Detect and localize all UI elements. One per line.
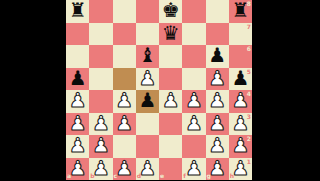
- piece-white-pawn-d5[interactable]: ♟: [138, 68, 156, 88]
- square-e4[interactable]: ♟: [159, 90, 182, 113]
- piece-white-pawn-c4[interactable]: ♟: [115, 90, 133, 110]
- piece-black-rook-h8[interactable]: ♜: [231, 0, 249, 20]
- square-a1[interactable]: ♟a: [66, 158, 89, 181]
- square-b2[interactable]: ♟: [89, 135, 112, 158]
- square-f2[interactable]: [182, 135, 205, 158]
- square-c2[interactable]: [113, 135, 136, 158]
- piece-black-queen-e7[interactable]: ♛: [162, 23, 180, 43]
- square-d4[interactable]: ♟: [136, 90, 159, 113]
- piece-white-pawn-b3[interactable]: ♟: [92, 113, 110, 133]
- piece-white-pawn-e4[interactable]: ♟: [162, 90, 180, 110]
- square-h7[interactable]: 7: [229, 23, 252, 46]
- square-g5[interactable]: ♟: [206, 68, 229, 91]
- square-a8[interactable]: ♜: [66, 0, 89, 23]
- piece-white-pawn-a1[interactable]: ♟: [69, 158, 87, 178]
- coordinate-file-e: e: [160, 173, 164, 179]
- square-c1[interactable]: ♟c: [113, 158, 136, 181]
- piece-black-king-e8[interactable]: ♚: [162, 0, 180, 20]
- square-a4[interactable]: ♟: [66, 90, 89, 113]
- square-g3[interactable]: ♟: [206, 113, 229, 136]
- square-a3[interactable]: ♟: [66, 113, 89, 136]
- square-d1[interactable]: ♟d: [136, 158, 159, 181]
- square-f4[interactable]: ♟: [182, 90, 205, 113]
- square-h3[interactable]: ♟3: [229, 113, 252, 136]
- square-c7[interactable]: [113, 23, 136, 46]
- piece-black-bishop-d6[interactable]: ♝: [138, 45, 156, 65]
- square-e2[interactable]: [159, 135, 182, 158]
- square-b7[interactable]: [89, 23, 112, 46]
- piece-white-pawn-g5[interactable]: ♟: [208, 68, 226, 88]
- square-d2[interactable]: [136, 135, 159, 158]
- square-a5[interactable]: ♟: [66, 68, 89, 91]
- piece-white-pawn-g2[interactable]: ♟: [208, 135, 226, 155]
- square-e1[interactable]: e: [159, 158, 182, 181]
- square-a2[interactable]: ♟: [66, 135, 89, 158]
- piece-white-pawn-c1[interactable]: ♟: [115, 158, 133, 178]
- square-g4[interactable]: ♟: [206, 90, 229, 113]
- coordinate-rank-6: 6: [247, 46, 251, 52]
- square-f6[interactable]: [182, 45, 205, 68]
- square-c8[interactable]: [113, 0, 136, 23]
- square-a7[interactable]: [66, 23, 89, 46]
- piece-black-pawn-g6[interactable]: ♟: [208, 45, 226, 65]
- square-g7[interactable]: [206, 23, 229, 46]
- piece-white-pawn-d1[interactable]: ♟: [138, 158, 156, 178]
- piece-white-pawn-h4[interactable]: ♟: [231, 90, 249, 110]
- coordinate-rank-7: 7: [247, 24, 251, 30]
- square-d5[interactable]: ♟: [136, 68, 159, 91]
- square-e3[interactable]: [159, 113, 182, 136]
- square-d8[interactable]: [136, 0, 159, 23]
- square-h8[interactable]: ♜8: [229, 0, 252, 23]
- chess-board: ♜♚♜8♛7♝♟6♟♟♟♟5♟♟♟♟♟♟♟4♟♟♟♟♟♟3♟♟♟♟2♟a♟b♟c…: [66, 0, 252, 180]
- square-f7[interactable]: [182, 23, 205, 46]
- square-b6[interactable]: [89, 45, 112, 68]
- piece-white-pawn-f4[interactable]: ♟: [185, 90, 203, 110]
- square-g1[interactable]: ♟g: [206, 158, 229, 181]
- piece-white-pawn-b2[interactable]: ♟: [92, 135, 110, 155]
- piece-white-pawn-h1[interactable]: ♟: [231, 158, 249, 178]
- square-h4[interactable]: ♟4: [229, 90, 252, 113]
- square-a6[interactable]: [66, 45, 89, 68]
- piece-white-pawn-g3[interactable]: ♟: [208, 113, 226, 133]
- square-b3[interactable]: ♟: [89, 113, 112, 136]
- square-h5[interactable]: ♟5: [229, 68, 252, 91]
- square-h1[interactable]: ♟h1: [229, 158, 252, 181]
- piece-white-pawn-h3[interactable]: ♟: [231, 113, 249, 133]
- square-d7[interactable]: [136, 23, 159, 46]
- square-h2[interactable]: ♟2: [229, 135, 252, 158]
- square-c5[interactable]: [113, 68, 136, 91]
- square-g6[interactable]: ♟: [206, 45, 229, 68]
- square-f1[interactable]: ♟f: [182, 158, 205, 181]
- square-b4[interactable]: [89, 90, 112, 113]
- piece-white-pawn-a2[interactable]: ♟: [69, 135, 87, 155]
- piece-white-pawn-a3[interactable]: ♟: [69, 113, 87, 133]
- square-c3[interactable]: ♟: [113, 113, 136, 136]
- piece-white-pawn-c3[interactable]: ♟: [115, 113, 133, 133]
- square-f5[interactable]: [182, 68, 205, 91]
- piece-white-pawn-f1[interactable]: ♟: [185, 158, 203, 178]
- board-background: ♜♚♜8♛7♝♟6♟♟♟♟5♟♟♟♟♟♟♟4♟♟♟♟♟♟3♟♟♟♟2♟a♟b♟c…: [0, 0, 320, 180]
- square-f3[interactable]: ♟: [182, 113, 205, 136]
- piece-black-pawn-a5[interactable]: ♟: [69, 68, 87, 88]
- square-e7[interactable]: ♛: [159, 23, 182, 46]
- square-g2[interactable]: ♟: [206, 135, 229, 158]
- piece-white-pawn-a4[interactable]: ♟: [69, 90, 87, 110]
- square-d3[interactable]: [136, 113, 159, 136]
- square-e8[interactable]: ♚: [159, 0, 182, 23]
- square-c4[interactable]: ♟: [113, 90, 136, 113]
- square-f8[interactable]: [182, 0, 205, 23]
- square-d6[interactable]: ♝: [136, 45, 159, 68]
- piece-black-pawn-h5[interactable]: ♟: [231, 68, 249, 88]
- piece-white-pawn-f3[interactable]: ♟: [185, 113, 203, 133]
- square-e5[interactable]: [159, 68, 182, 91]
- piece-black-rook-a8[interactable]: ♜: [69, 0, 87, 20]
- square-b8[interactable]: [89, 0, 112, 23]
- piece-black-pawn-d4[interactable]: ♟: [138, 90, 156, 110]
- square-h6[interactable]: 6: [229, 45, 252, 68]
- square-e6[interactable]: [159, 45, 182, 68]
- square-b1[interactable]: ♟b: [89, 158, 112, 181]
- piece-white-pawn-h2[interactable]: ♟: [231, 135, 249, 155]
- piece-white-pawn-b1[interactable]: ♟: [92, 158, 110, 178]
- piece-white-pawn-g1[interactable]: ♟: [208, 158, 226, 178]
- square-b5[interactable]: [89, 68, 112, 91]
- piece-white-pawn-g4[interactable]: ♟: [208, 90, 226, 110]
- square-g8[interactable]: [206, 0, 229, 23]
- square-c6[interactable]: [113, 45, 136, 68]
